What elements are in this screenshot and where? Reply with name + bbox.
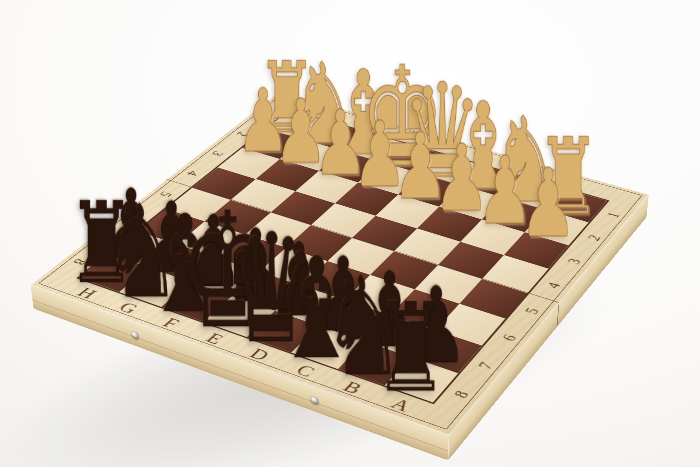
square-e1: ♚ xyxy=(381,143,442,174)
square-b7: ♟ xyxy=(364,315,435,357)
piece-white-pawn: ♟ xyxy=(393,121,449,213)
square-g3 xyxy=(256,159,319,191)
rank-label-left-8: 8 xyxy=(49,247,108,276)
square-c8: ♝ xyxy=(292,326,364,369)
square-e5 xyxy=(286,225,352,261)
piece-black-pawn: ♟ xyxy=(404,273,468,378)
square-g2: ♟ xyxy=(280,140,341,171)
square-a3 xyxy=(504,232,569,269)
square-h8: ♜ xyxy=(79,254,149,292)
square-c5 xyxy=(370,251,437,289)
square-c2: ♟ xyxy=(440,185,503,219)
fold-seam-side xyxy=(557,303,560,327)
frame-band-far xyxy=(289,98,621,200)
piece-black-pawn: ♟ xyxy=(225,216,286,316)
square-e6 xyxy=(259,248,327,286)
piece-black-bishop: ♝ xyxy=(274,240,359,379)
piece-white-pawn: ♟ xyxy=(313,98,368,188)
square-e4 xyxy=(311,203,376,238)
rank-label-right-1: 1 xyxy=(586,202,642,229)
square-c7: ♟ xyxy=(319,300,390,341)
rank-label-left-1: 1 xyxy=(240,104,292,126)
square-a7: ♟ xyxy=(411,330,483,373)
piece-black-pawn: ♟ xyxy=(312,244,375,347)
square-d1: ♛ xyxy=(420,154,481,186)
square-a6 xyxy=(435,304,505,346)
square-d6 xyxy=(302,261,370,300)
rank-label-left-7: 7 xyxy=(80,224,138,252)
square-a5 xyxy=(459,279,527,319)
square-f2: ♟ xyxy=(319,151,381,183)
square-d3 xyxy=(376,194,440,228)
square-c6 xyxy=(345,275,414,315)
square-b2: ♟ xyxy=(482,198,545,232)
piece-black-king: ♚ xyxy=(179,191,276,351)
square-f8: ♝ xyxy=(161,282,232,322)
piece-black-pawn: ♟ xyxy=(268,230,330,332)
square-b4 xyxy=(438,242,504,279)
piece-white-pawn: ♟ xyxy=(274,88,328,177)
square-e7: ♟ xyxy=(232,271,302,310)
rank-label-left-6: 6 xyxy=(109,202,166,229)
piece-black-pawn: ♟ xyxy=(358,258,421,362)
piece-white-pawn: ♟ xyxy=(476,144,533,238)
square-c4 xyxy=(394,228,460,264)
square-g7: ♟ xyxy=(149,244,218,281)
square-g5 xyxy=(205,200,271,235)
rank-label-left-2: 2 xyxy=(215,122,268,145)
photo-scene: 12345678 ♜♞♝♚♛♝♞♜♟♟♟♟♟♟♟♟♟♟♟♟♟♟♟♟♜♞♝♚♛♝♞… xyxy=(0,0,700,467)
square-d2: ♟ xyxy=(398,174,460,207)
square-g6 xyxy=(177,222,244,258)
frame-band-left: 12345678 xyxy=(51,103,289,279)
square-b3 xyxy=(460,219,525,255)
piece-black-queen: ♛ xyxy=(226,215,318,366)
piece-white-pawn: ♟ xyxy=(352,109,407,200)
square-b6 xyxy=(390,289,459,330)
piece-black-pawn: ♟ xyxy=(183,203,243,302)
square-e8: ♚ xyxy=(204,296,275,337)
square-b8: ♞ xyxy=(338,341,411,385)
square-g1: ♞ xyxy=(304,121,364,151)
square-e2: ♟ xyxy=(358,162,420,194)
square-a8: ♜ xyxy=(385,357,458,402)
piece-black-knight: ♞ xyxy=(321,259,404,396)
square-f6 xyxy=(218,234,286,271)
square-c3 xyxy=(417,207,481,242)
square-f5 xyxy=(245,212,311,247)
square-f7: ♟ xyxy=(190,258,259,296)
square-b1: ♞ xyxy=(502,177,564,210)
piece-white-queen: ♛ xyxy=(402,67,482,198)
rank-label-left-3: 3 xyxy=(190,141,244,165)
square-g4 xyxy=(231,179,295,212)
square-d8: ♛ xyxy=(247,311,319,353)
hinge-screw xyxy=(311,395,319,405)
square-f1: ♝ xyxy=(342,132,402,162)
square-g8: ♞ xyxy=(120,268,190,307)
square-f3 xyxy=(295,170,358,203)
fold-seam xyxy=(166,179,560,303)
square-b5 xyxy=(414,265,482,304)
square-c1: ♝ xyxy=(461,165,522,197)
square-f4 xyxy=(270,191,335,225)
piece-black-rook: ♜ xyxy=(373,287,448,410)
square-e3 xyxy=(335,182,399,215)
piece-white-pawn: ♟ xyxy=(434,132,491,225)
hinge-screw xyxy=(131,330,139,339)
square-d5 xyxy=(327,238,394,275)
piece-white-bishop: ♝ xyxy=(446,87,520,208)
square-d4 xyxy=(352,216,417,252)
square-d7: ♟ xyxy=(275,285,345,325)
